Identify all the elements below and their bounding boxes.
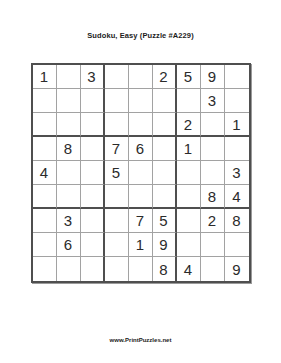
cell-r8c3[interactable] (81, 233, 105, 257)
cell-r7c5: 7 (129, 209, 153, 233)
cell-r4c5: 6 (129, 137, 153, 161)
cell-r8c6: 9 (153, 233, 177, 257)
cell-r1c5[interactable] (129, 65, 153, 89)
cell-r4c6[interactable] (153, 137, 177, 161)
cell-r2c3[interactable] (81, 89, 105, 113)
cell-r9c9: 9 (225, 257, 249, 281)
cell-r7c8: 2 (201, 209, 225, 233)
cell-r7c2: 3 (57, 209, 81, 233)
cell-r8c8[interactable] (201, 233, 225, 257)
cell-r9c7: 4 (177, 257, 201, 281)
cell-r3c4[interactable] (105, 113, 129, 137)
cell-r6c7[interactable] (177, 185, 201, 209)
cell-r3c6[interactable] (153, 113, 177, 137)
cell-r1c3: 3 (81, 65, 105, 89)
cell-r9c8[interactable] (201, 257, 225, 281)
cell-r8c9[interactable] (225, 233, 249, 257)
cell-r2c6[interactable] (153, 89, 177, 113)
cell-r2c8: 3 (201, 89, 225, 113)
cell-r5c5[interactable] (129, 161, 153, 185)
cell-r3c3[interactable] (81, 113, 105, 137)
cell-r9c1[interactable] (33, 257, 57, 281)
cell-r7c3[interactable] (81, 209, 105, 233)
cell-r9c2[interactable] (57, 257, 81, 281)
cell-r1c8: 9 (201, 65, 225, 89)
cell-r6c1[interactable] (33, 185, 57, 209)
cell-r3c8[interactable] (201, 113, 225, 137)
cell-r4c8[interactable] (201, 137, 225, 161)
cell-r8c2: 6 (57, 233, 81, 257)
cell-r8c1[interactable] (33, 233, 57, 257)
cell-r5c2[interactable] (57, 161, 81, 185)
sudoku-board: 1325932187614538437528619849 (31, 63, 251, 283)
cell-r6c5[interactable] (129, 185, 153, 209)
cell-r3c7: 2 (177, 113, 201, 137)
cell-r1c1: 1 (33, 65, 57, 89)
cell-r6c2[interactable] (57, 185, 81, 209)
cell-r9c6: 8 (153, 257, 177, 281)
cell-r2c2[interactable] (57, 89, 81, 113)
cell-r8c7[interactable] (177, 233, 201, 257)
cell-r1c9[interactable] (225, 65, 249, 89)
cell-r7c6: 5 (153, 209, 177, 233)
cell-r7c9: 8 (225, 209, 249, 233)
cell-r5c1: 4 (33, 161, 57, 185)
cell-r8c4[interactable] (105, 233, 129, 257)
cell-r5c9: 3 (225, 161, 249, 185)
cell-r9c5[interactable] (129, 257, 153, 281)
cell-r1c6: 2 (153, 65, 177, 89)
cell-r4c9[interactable] (225, 137, 249, 161)
footer-url: www.PrintPuzzles.net (0, 337, 281, 343)
cell-r5c7[interactable] (177, 161, 201, 185)
cell-r9c4[interactable] (105, 257, 129, 281)
cell-r3c1[interactable] (33, 113, 57, 137)
cell-r5c3[interactable] (81, 161, 105, 185)
cell-r6c4[interactable] (105, 185, 129, 209)
cell-r5c8[interactable] (201, 161, 225, 185)
cell-r2c9[interactable] (225, 89, 249, 113)
cell-r7c1[interactable] (33, 209, 57, 233)
cell-r8c5: 1 (129, 233, 153, 257)
cell-r5c6[interactable] (153, 161, 177, 185)
cell-r2c5[interactable] (129, 89, 153, 113)
cell-r1c4[interactable] (105, 65, 129, 89)
cell-r4c2: 8 (57, 137, 81, 161)
cell-r9c3[interactable] (81, 257, 105, 281)
cell-r3c5[interactable] (129, 113, 153, 137)
cell-r2c7[interactable] (177, 89, 201, 113)
cell-r4c1[interactable] (33, 137, 57, 161)
cell-r1c2[interactable] (57, 65, 81, 89)
cell-r4c3[interactable] (81, 137, 105, 161)
cell-r6c3[interactable] (81, 185, 105, 209)
cell-r4c4: 7 (105, 137, 129, 161)
cell-r4c7: 1 (177, 137, 201, 161)
cell-r3c9: 1 (225, 113, 249, 137)
cell-r3c2[interactable] (57, 113, 81, 137)
cell-r6c6[interactable] (153, 185, 177, 209)
cell-r7c7[interactable] (177, 209, 201, 233)
cell-r6c8: 8 (201, 185, 225, 209)
cell-r2c1[interactable] (33, 89, 57, 113)
cell-r2c4[interactable] (105, 89, 129, 113)
cell-r1c7: 5 (177, 65, 201, 89)
cell-r6c9: 4 (225, 185, 249, 209)
page-title: Sudoku, Easy (Puzzle #A229) (0, 31, 281, 40)
cell-r5c4: 5 (105, 161, 129, 185)
cell-r7c4[interactable] (105, 209, 129, 233)
